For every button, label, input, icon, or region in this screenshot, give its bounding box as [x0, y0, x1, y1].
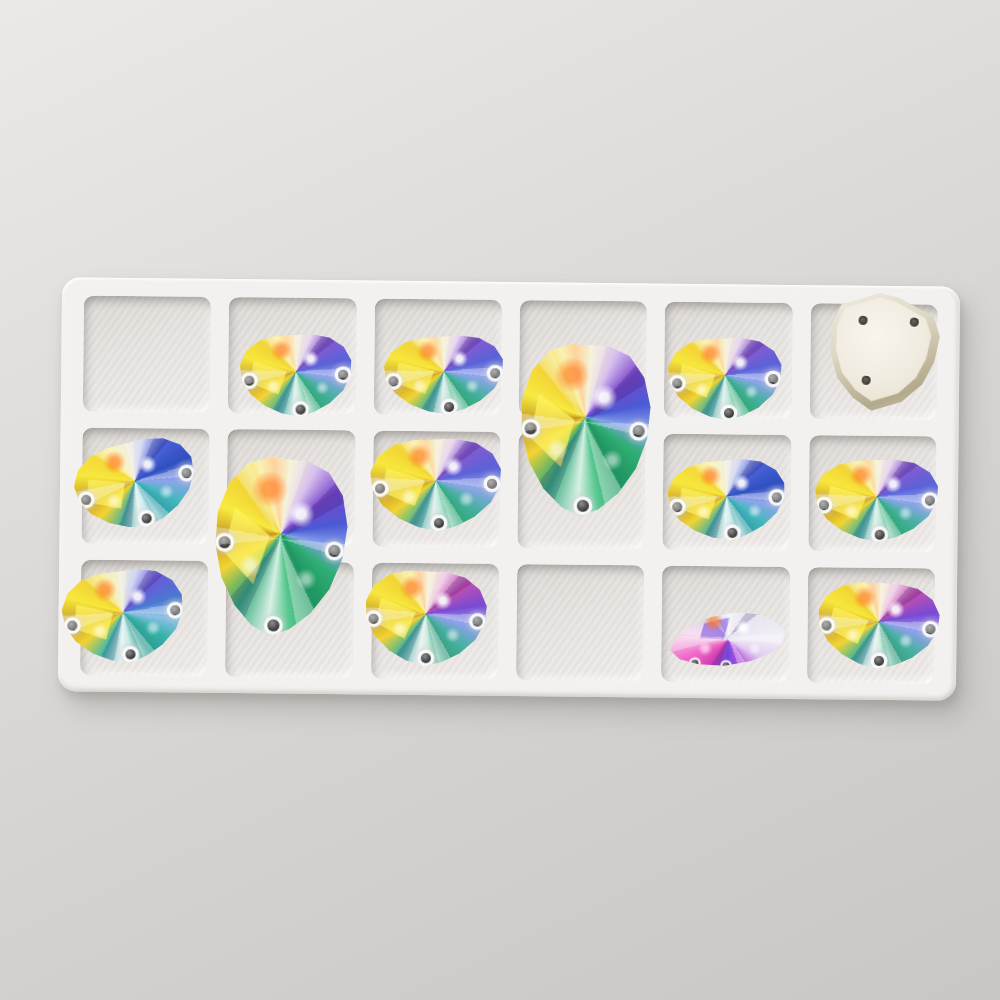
tray-grid	[58, 277, 960, 700]
tray-cell-r3c6	[807, 567, 936, 684]
tray-cell-r1c3	[373, 299, 502, 416]
tray-cell-r3c5	[661, 566, 790, 683]
tray-cell-r1c1	[83, 296, 212, 413]
tray-cell-r2c5	[663, 434, 792, 551]
tray-cell-r1c5	[664, 302, 793, 419]
tray-cell-r2c4	[517, 432, 646, 549]
tray-cell-r3c4	[516, 564, 645, 681]
tray-cell-r2c2	[227, 429, 356, 546]
photo-scene	[0, 0, 1000, 1000]
tray-cell-r2c1	[81, 428, 210, 545]
tray-cell-r1c6	[809, 303, 938, 420]
tray-cell-r3c3	[371, 563, 500, 680]
tray-cell-r3c2	[225, 561, 354, 678]
tray-cell-r3c1	[80, 560, 209, 677]
tray-cell-r1c4	[519, 300, 648, 417]
tray-cell-r2c3	[372, 431, 501, 548]
tray-cell-r1c2	[228, 297, 357, 414]
tray-cell-r2c6	[808, 435, 937, 552]
rhinestone-tray	[58, 277, 960, 700]
